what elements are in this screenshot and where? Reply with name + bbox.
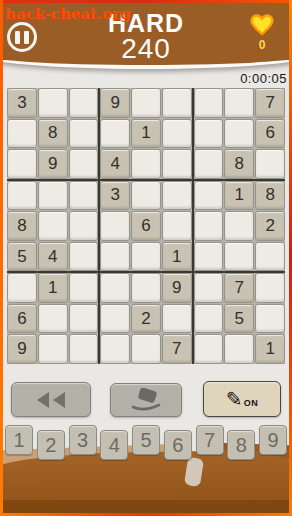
cell-r7c3[interactable] [69,273,99,303]
cell-r8c9[interactable] [255,304,285,334]
cell-r1c2[interactable] [38,88,68,118]
numpad-button-9[interactable]: 9 [259,425,287,455]
cell-r9c4[interactable] [100,334,130,364]
eraser-button[interactable] [110,383,182,417]
paint-stroke-shadow [0,500,292,516]
cell-r3c8[interactable]: 8 [224,149,254,179]
box-1: 389 [7,88,98,179]
cell-r4c4[interactable]: 3 [100,181,130,211]
cell-r2c7[interactable] [194,119,224,149]
cell-r2c9[interactable]: 6 [255,119,285,149]
undo-icon [34,391,68,409]
cell-r8c5[interactable]: 2 [131,304,161,334]
sudoku-app: hack-cheat.org HARD 240 0 0:00:05 389914… [0,0,292,516]
lives-indicator: 0 [248,14,276,52]
cell-r4c8[interactable]: 1 [224,181,254,211]
frame-border-right [289,0,292,516]
cell-r2c8[interactable] [224,119,254,149]
cell-r4c9[interactable]: 8 [255,181,285,211]
cell-r6c7[interactable] [194,242,224,272]
cell-r9c9[interactable]: 1 [255,334,285,364]
cell-r4c2[interactable] [38,181,68,211]
cell-r2c2[interactable]: 8 [38,119,68,149]
cell-r5c9[interactable]: 2 [255,211,285,241]
cell-r1c8[interactable] [224,88,254,118]
cell-r3c7[interactable] [194,149,224,179]
cell-r7c1[interactable] [7,273,37,303]
numpad-button-6[interactable]: 6 [164,430,192,460]
cell-r9c8[interactable] [224,334,254,364]
lives-count: 0 [248,38,276,52]
numpad-button-2[interactable]: 2 [37,430,65,460]
cell-r6c5[interactable] [131,242,161,272]
undo-button[interactable] [11,382,91,417]
pencil-state-label: ON [244,398,259,408]
numpad-button-7[interactable]: 7 [196,425,224,455]
watermark: hack-cheat.org [5,5,131,23]
cell-r2c1[interactable] [7,119,37,149]
box-6: 182 [194,181,285,272]
cell-r1c7[interactable] [194,88,224,118]
cell-r3c9[interactable] [255,149,285,179]
cell-r8c3[interactable] [69,304,99,334]
cell-r1c9[interactable]: 7 [255,88,285,118]
cell-r4c3[interactable] [69,181,99,211]
cell-r9c1[interactable]: 9 [7,334,37,364]
cell-r8c4[interactable] [100,304,130,334]
cell-r6c9[interactable] [255,242,285,272]
heart-icon [250,14,274,36]
cell-r8c1[interactable]: 6 [7,304,37,334]
box-3: 768 [194,88,285,179]
cell-r7c9[interactable] [255,273,285,303]
cell-r1c6[interactable] [162,88,192,118]
cell-r5c6[interactable] [162,211,192,241]
cell-r9c6[interactable]: 7 [162,334,192,364]
cell-r5c2[interactable] [38,211,68,241]
cell-r8c7[interactable] [194,304,224,334]
cell-r6c4[interactable] [100,242,130,272]
box-9: 751 [194,273,285,364]
pencil-toggle-button[interactable]: ✎ ON [203,381,281,417]
cell-r5c4[interactable] [100,211,130,241]
sudoku-grid: 389914768854361182169927751 [7,88,285,364]
cell-r5c7[interactable] [194,211,224,241]
cell-r7c6[interactable]: 9 [162,273,192,303]
timer: 0:00:05 [240,71,287,86]
cell-r9c2[interactable] [38,334,68,364]
cell-r5c5[interactable]: 6 [131,211,161,241]
cell-r2c6[interactable] [162,119,192,149]
cell-r7c5[interactable] [131,273,161,303]
cell-r4c7[interactable] [194,181,224,211]
box-8: 927 [100,273,191,364]
pencil-icon: ✎ [226,389,243,409]
box-4: 854 [7,181,98,272]
cell-r5c1[interactable]: 8 [7,211,37,241]
cell-r5c3[interactable] [69,211,99,241]
cell-r6c6[interactable]: 1 [162,242,192,272]
cell-r2c4[interactable] [100,119,130,149]
cell-r7c8[interactable]: 7 [224,273,254,303]
cell-r9c3[interactable] [69,334,99,364]
cell-r6c3[interactable] [69,242,99,272]
cell-r5c8[interactable] [224,211,254,241]
numpad-button-4[interactable]: 4 [100,430,128,460]
cell-r8c8[interactable]: 5 [224,304,254,334]
eraser-icon [126,388,166,412]
cell-r3c5[interactable] [131,149,161,179]
cell-r7c7[interactable] [194,273,224,303]
box-5: 361 [100,181,191,272]
cell-r6c2[interactable]: 4 [38,242,68,272]
numpad-button-1[interactable]: 1 [5,425,33,455]
cell-r2c5[interactable]: 1 [131,119,161,149]
cell-r4c6[interactable] [162,181,192,211]
cell-r9c7[interactable] [194,334,224,364]
numpad-button-5[interactable]: 5 [132,425,160,455]
cell-r6c1[interactable]: 5 [7,242,37,272]
cell-r3c3[interactable] [69,149,99,179]
cell-r1c5[interactable] [131,88,161,118]
cell-r3c1[interactable] [7,149,37,179]
box-2: 914 [100,88,191,179]
cell-r1c1[interactable]: 3 [7,88,37,118]
frame-border-left [0,0,3,516]
cell-r4c5[interactable] [131,181,161,211]
cell-r4c1[interactable] [7,181,37,211]
cell-r3c2[interactable]: 9 [38,149,68,179]
cell-r8c6[interactable] [162,304,192,334]
numpad-button-8[interactable]: 8 [227,430,255,460]
cell-r2c3[interactable] [69,119,99,149]
cell-r3c4[interactable]: 4 [100,149,130,179]
cell-r7c2[interactable]: 1 [38,273,68,303]
cell-r9c5[interactable] [131,334,161,364]
numpad: 123456789 [5,425,287,463]
cell-r3c6[interactable] [162,149,192,179]
cell-r6c8[interactable] [224,242,254,272]
cell-r8c2[interactable] [38,304,68,334]
cell-r1c3[interactable] [69,88,99,118]
cell-r1c4[interactable]: 9 [100,88,130,118]
box-7: 169 [7,273,98,364]
cell-r7c4[interactable] [100,273,130,303]
numpad-button-3[interactable]: 3 [69,425,97,455]
